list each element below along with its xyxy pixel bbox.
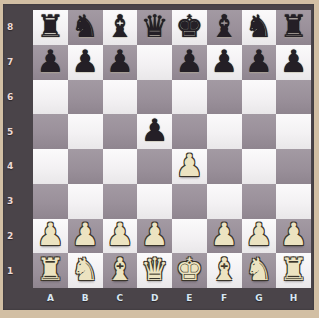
square-a1[interactable]: ♜ [33,253,68,288]
square-g8[interactable]: ♞ [242,10,277,45]
white-pawn-c2: ♟ [106,219,134,250]
chess-board: ♜♞♝♛♚♝♞♜♟♟♟♟♟♟♟♟♟♟♟♟♟♟♟♟♜♞♝♛♚♝♞♜ [33,10,311,288]
square-h1[interactable]: ♜ [276,253,311,288]
square-c6[interactable] [103,80,138,115]
square-h4[interactable] [276,149,311,184]
square-g1[interactable]: ♞ [242,253,277,288]
black-bishop-c8: ♝ [106,11,134,42]
square-a5[interactable] [33,114,68,149]
square-f2[interactable]: ♟ [207,219,242,254]
black-rook-a8: ♜ [36,11,64,42]
square-a8[interactable]: ♜ [33,10,68,45]
white-queen-d1: ♛ [141,254,169,285]
black-pawn-g7: ♟ [245,46,273,77]
square-b3[interactable] [68,184,103,219]
black-pawn-b7: ♟ [71,46,99,77]
square-b8[interactable]: ♞ [68,10,103,45]
square-c5[interactable] [103,114,138,149]
white-pawn-b2: ♟ [71,219,99,250]
square-e5[interactable] [172,114,207,149]
file-label-f: F [207,288,242,303]
white-pawn-d2: ♟ [141,219,169,250]
square-b5[interactable] [68,114,103,149]
square-c2[interactable]: ♟ [103,219,138,254]
square-e4[interactable]: ♟ [172,149,207,184]
square-f7[interactable]: ♟ [207,45,242,80]
white-bishop-c1: ♝ [106,254,134,285]
rank-label-5: 5 [3,114,33,149]
square-a7[interactable]: ♟ [33,45,68,80]
square-e8[interactable]: ♚ [172,10,207,45]
black-queen-d8: ♛ [141,11,169,42]
square-b1[interactable]: ♞ [68,253,103,288]
square-h8[interactable]: ♜ [276,10,311,45]
white-pawn-a2: ♟ [36,219,64,250]
rank-label-1: 1 [3,253,33,288]
rank-label-6: 6 [3,80,33,115]
board-frame: 87654321 ♜♞♝♛♚♝♞♜♟♟♟♟♟♟♟♟♟♟♟♟♟♟♟♟♜♞♝♛♚♝♞… [3,4,314,310]
square-f5[interactable] [207,114,242,149]
square-h7[interactable]: ♟ [276,45,311,80]
black-pawn-d5: ♟ [141,115,169,146]
square-a3[interactable] [33,184,68,219]
black-pawn-e7: ♟ [175,46,203,77]
square-g3[interactable] [242,184,277,219]
rank-label-4: 4 [3,149,33,184]
square-b2[interactable]: ♟ [68,219,103,254]
file-label-b: B [68,288,103,303]
square-d8[interactable]: ♛ [137,10,172,45]
black-pawn-a7: ♟ [36,46,64,77]
white-knight-b1: ♞ [71,254,99,285]
square-c7[interactable]: ♟ [103,45,138,80]
square-d1[interactable]: ♛ [137,253,172,288]
white-rook-h1: ♜ [280,254,308,285]
file-labels: ABCDEFGH [33,288,311,310]
square-c4[interactable] [103,149,138,184]
white-pawn-e4: ♟ [175,150,203,181]
square-d5[interactable]: ♟ [137,114,172,149]
black-bishop-f8: ♝ [210,11,238,42]
square-f4[interactable] [207,149,242,184]
square-d6[interactable] [137,80,172,115]
black-pawn-c7: ♟ [106,46,134,77]
black-knight-g8: ♞ [245,11,273,42]
square-e3[interactable] [172,184,207,219]
black-rook-h8: ♜ [280,11,308,42]
square-h5[interactable] [276,114,311,149]
rank-label-7: 7 [3,45,33,80]
square-d3[interactable] [137,184,172,219]
black-pawn-h7: ♟ [280,46,308,77]
square-b7[interactable]: ♟ [68,45,103,80]
rank-labels: 87654321 [3,10,33,288]
square-f3[interactable] [207,184,242,219]
square-h6[interactable] [276,80,311,115]
white-king-e1: ♚ [175,254,203,285]
square-a6[interactable] [33,80,68,115]
square-h3[interactable] [276,184,311,219]
file-label-g: G [242,288,277,303]
square-e2[interactable] [172,219,207,254]
file-label-a: A [33,288,68,303]
black-pawn-f7: ♟ [210,46,238,77]
white-rook-a1: ♜ [36,254,64,285]
rank-label-8: 8 [3,10,33,45]
square-d7[interactable] [137,45,172,80]
square-f6[interactable] [207,80,242,115]
file-label-c: C [103,288,138,303]
white-knight-g1: ♞ [245,254,273,285]
black-king-e8: ♚ [175,11,203,42]
square-d4[interactable] [137,149,172,184]
file-label-d: D [137,288,172,303]
square-a2[interactable]: ♟ [33,219,68,254]
square-b6[interactable] [68,80,103,115]
square-e7[interactable]: ♟ [172,45,207,80]
square-g6[interactable] [242,80,277,115]
square-c8[interactable]: ♝ [103,10,138,45]
square-g4[interactable] [242,149,277,184]
square-e6[interactable] [172,80,207,115]
white-pawn-h2: ♟ [280,219,308,250]
rank-label-2: 2 [3,219,33,254]
square-f1[interactable]: ♝ [207,253,242,288]
square-g2[interactable]: ♟ [242,219,277,254]
black-knight-b8: ♞ [71,11,99,42]
white-bishop-f1: ♝ [210,254,238,285]
square-g7[interactable]: ♟ [242,45,277,80]
chess-diagram: 87654321 ♜♞♝♛♚♝♞♜♟♟♟♟♟♟♟♟♟♟♟♟♟♟♟♟♜♞♝♛♚♝♞… [0,0,319,318]
square-f8[interactable]: ♝ [207,10,242,45]
square-b4[interactable] [68,149,103,184]
square-e1[interactable]: ♚ [172,253,207,288]
square-c1[interactable]: ♝ [103,253,138,288]
file-label-e: E [172,288,207,303]
square-a4[interactable] [33,149,68,184]
square-c3[interactable] [103,184,138,219]
file-label-h: H [276,288,311,303]
white-pawn-g2: ♟ [245,219,273,250]
rank-label-3: 3 [3,184,33,219]
square-h2[interactable]: ♟ [276,219,311,254]
square-d2[interactable]: ♟ [137,219,172,254]
square-g5[interactable] [242,114,277,149]
white-pawn-f2: ♟ [210,219,238,250]
